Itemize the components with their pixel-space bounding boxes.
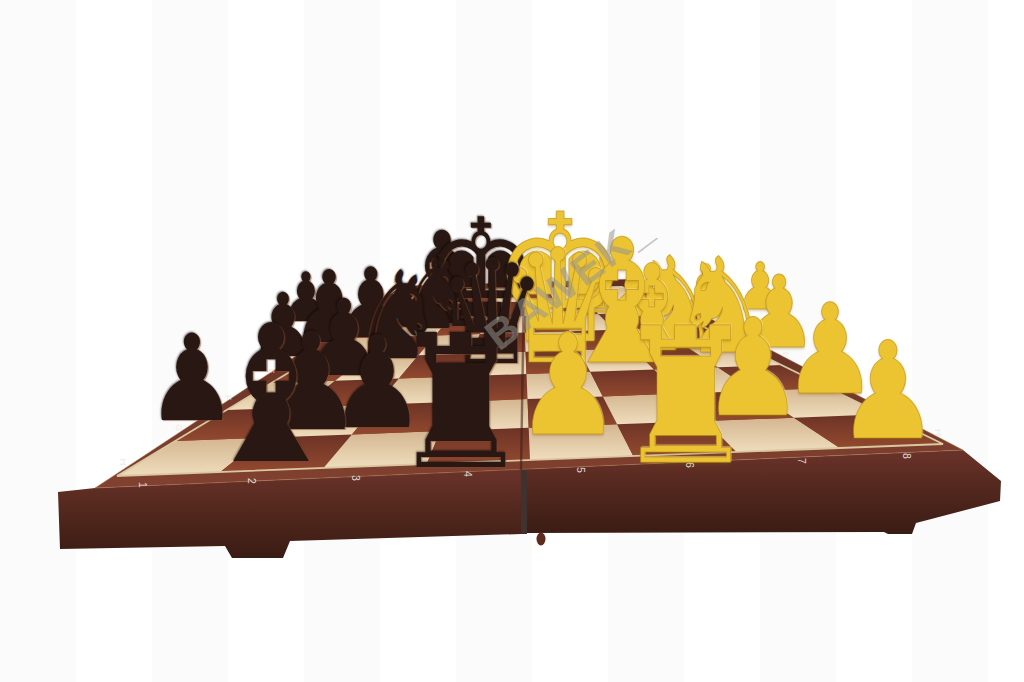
square-h5 — [529, 424, 634, 460]
rank-number-label-2: 2 — [246, 478, 258, 484]
rank-number-label-3: 3 — [350, 475, 362, 481]
file-letter-left-C: C — [339, 325, 346, 330]
file-letter-left-B: B — [367, 308, 374, 313]
clasp-pin — [537, 533, 546, 546]
square-g5 — [528, 396, 618, 427]
square-e4 — [463, 352, 527, 376]
rank-number-label-7: 7 — [796, 458, 808, 464]
file-letter-right-F: F — [826, 375, 836, 380]
rank-number-label-8: 8 — [901, 453, 913, 459]
square-h4 — [427, 428, 530, 464]
square-f4 — [452, 374, 527, 402]
rank-number-label-4: 4 — [462, 471, 474, 477]
file-letter-left-G: G — [174, 424, 184, 431]
fold-seam-rim — [521, 466, 527, 534]
file-letter-right-B: B — [681, 300, 688, 305]
file-letter-left-H: H — [118, 458, 129, 465]
square-e5 — [526, 350, 591, 374]
rank-number-label-6: 6 — [684, 462, 696, 468]
file-letter-right-H: H — [933, 429, 944, 436]
file-letter-right-E: E — [781, 352, 790, 357]
file-letter-right-C: C — [710, 315, 717, 320]
file-letter-left-F: F — [223, 395, 233, 400]
rank-number-label-5: 5 — [575, 467, 587, 473]
file-letter-left-E: E — [267, 368, 276, 373]
file-letter-right-G: G — [876, 400, 886, 407]
file-letter-right-D: D — [743, 332, 752, 337]
rank-number-label-1: 1 — [137, 482, 149, 488]
square-g4 — [440, 399, 528, 431]
file-letter-left-D: D — [305, 345, 314, 350]
square-f5 — [527, 372, 603, 399]
product-photo-stage: 12345678HHGGFFEEDDCCBBAA ♟♝♟♟♜♟♟♟♟♟♞♞♝♜♚… — [0, 0, 1024, 682]
